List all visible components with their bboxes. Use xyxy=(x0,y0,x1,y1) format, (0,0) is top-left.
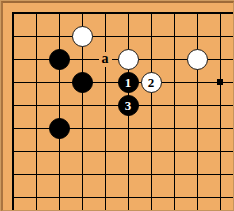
black-stone: 1 xyxy=(118,72,139,93)
black-stone xyxy=(72,72,93,93)
stone-white-4-2 xyxy=(71,25,94,48)
point-label-text: a xyxy=(99,52,112,67)
stone-black-6-5: 3 xyxy=(117,94,140,117)
go-board-diagram: 123a xyxy=(0,0,234,211)
stone-move-number: 1 xyxy=(125,76,132,89)
stone-black-3-3 xyxy=(48,48,71,71)
stone-move-number: 2 xyxy=(148,76,155,89)
stone-move-number: 3 xyxy=(125,99,132,112)
stone-white-7-4: 2 xyxy=(140,71,163,94)
go-board: 123a xyxy=(1,1,234,211)
stone-black-6-4: 1 xyxy=(117,71,140,94)
white-stone xyxy=(118,49,139,70)
white-stone xyxy=(187,49,208,70)
black-stone xyxy=(49,118,70,139)
stone-white-9-3 xyxy=(186,48,209,71)
black-stone xyxy=(49,49,70,70)
hoshi-square-icon xyxy=(217,79,223,85)
white-stone xyxy=(72,26,93,47)
white-stone: 2 xyxy=(141,72,162,93)
stone-black-3-6 xyxy=(48,117,71,140)
point-label-a: a xyxy=(94,48,117,71)
hoshi-marker xyxy=(209,71,232,94)
stone-white-6-3 xyxy=(117,48,140,71)
board-cells: 123a xyxy=(2,2,232,209)
stone-black-4-4 xyxy=(71,71,94,94)
black-stone: 3 xyxy=(118,95,139,116)
